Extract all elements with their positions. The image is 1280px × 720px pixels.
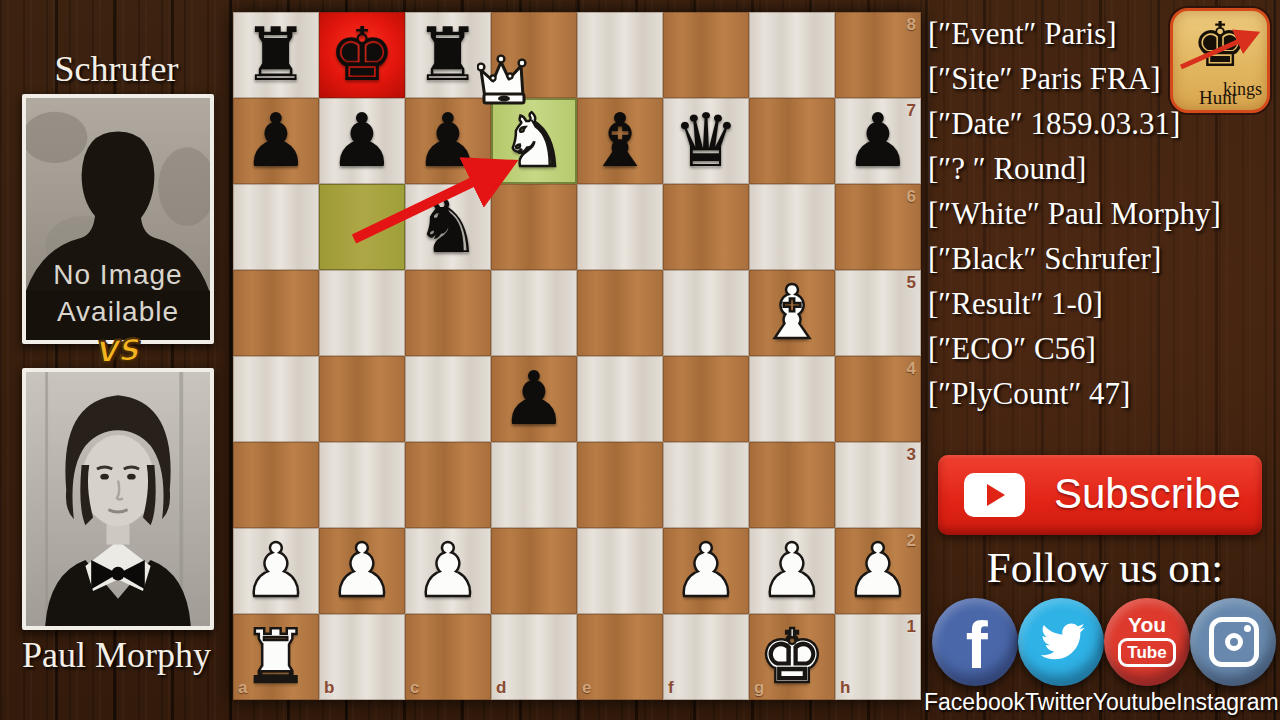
square-f1[interactable]: f (663, 614, 749, 700)
black-king-b8: ♚ (319, 12, 405, 98)
rank-label-4: 4 (907, 359, 916, 379)
black-knight-c6: ♞ (405, 184, 491, 270)
square-e7[interactable]: ♝ (577, 98, 663, 184)
square-d5[interactable] (491, 270, 577, 356)
white-pawn-c2: ♟ (405, 528, 491, 614)
square-g6[interactable] (749, 184, 835, 270)
file-label-g: g (754, 678, 764, 698)
instagram-camera (1209, 617, 1259, 667)
social-label-youtube: Youtube (1093, 689, 1177, 716)
square-a3[interactable] (233, 442, 319, 528)
black-pawn-d4: ♟ (491, 356, 577, 442)
social-label-instagram: Instagram (1176, 689, 1278, 716)
square-f2[interactable]: ♟ (663, 528, 749, 614)
square-c8[interactable]: ♜ (405, 12, 491, 98)
square-b4[interactable] (319, 356, 405, 442)
square-e2[interactable] (577, 528, 663, 614)
pgn-tag-1: [″Site″ Paris FRA] (928, 56, 1280, 101)
rank-label-3: 3 (907, 445, 916, 465)
square-g8[interactable] (749, 12, 835, 98)
square-h1[interactable]: 1h (835, 614, 921, 700)
pgn-tag-3: [″? ″ Round] (928, 146, 1280, 191)
square-b8[interactable]: ♚ (319, 12, 405, 98)
white-bishop-g5: ♝ (749, 270, 835, 356)
square-d2[interactable] (491, 528, 577, 614)
pgn-tag-6: [″Result″ 1-0] (928, 281, 1280, 326)
square-h3[interactable]: 3 (835, 442, 921, 528)
black-rook-a8: ♜ (233, 12, 319, 98)
pgn-tag-7: [″ECO″ C56] (928, 326, 1280, 371)
black-rook-c8: ♜ (405, 12, 491, 98)
square-b3[interactable] (319, 442, 405, 528)
square-a1[interactable]: ♜a (233, 614, 319, 700)
file-label-h: h (840, 678, 850, 698)
square-c4[interactable] (405, 356, 491, 442)
subscribe-label: Subscribe (1054, 470, 1241, 518)
white-pawn-g2: ♟ (749, 528, 835, 614)
white-pawn-f2: ♟ (663, 528, 749, 614)
square-d7[interactable]: ♞ (491, 98, 577, 184)
white-player-photo (22, 368, 214, 630)
square-e5[interactable] (577, 270, 663, 356)
square-e6[interactable] (577, 184, 663, 270)
pgn-tag-4: [″White″ Paul Morphy] (928, 191, 1280, 236)
black-player-photo: No Image Available (22, 94, 214, 344)
square-c7[interactable]: ♟ (405, 98, 491, 184)
youtube-tube-badge: Tube (1118, 638, 1176, 667)
square-g5[interactable]: ♝ (749, 270, 835, 356)
pgn-tag-2: [″Date″ 1859.03.31] (928, 101, 1280, 146)
file-label-a: a (238, 678, 247, 698)
square-b7[interactable]: ♟ (319, 98, 405, 184)
square-c5[interactable] (405, 270, 491, 356)
youtube-you-text: You (1104, 613, 1190, 637)
square-f3[interactable] (663, 442, 749, 528)
twitter-icon[interactable] (1018, 598, 1104, 686)
square-e4[interactable] (577, 356, 663, 442)
square-g1[interactable]: ♚g (749, 614, 835, 700)
pgn-tags: [″Event″ Paris][″Site″ Paris FRA][″Date″… (928, 11, 1280, 416)
square-d8[interactable] (491, 12, 577, 98)
follow-heading: Follow us on: (940, 543, 1270, 592)
square-g3[interactable] (749, 442, 835, 528)
square-b5[interactable] (319, 270, 405, 356)
pgn-tag-8: [″PlyCount″ 47] (928, 371, 1280, 416)
white-player-name: Paul Morphy (0, 634, 233, 676)
square-a8[interactable]: ♜ (233, 12, 319, 98)
square-e3[interactable] (577, 442, 663, 528)
rank-label-8: 8 (907, 15, 916, 35)
square-a7[interactable]: ♟ (233, 98, 319, 184)
square-f7[interactable]: ♛ (663, 98, 749, 184)
file-label-e: e (582, 678, 591, 698)
rank-label-6: 6 (907, 187, 916, 207)
square-a5[interactable] (233, 270, 319, 356)
black-pawn-a7: ♟ (233, 98, 319, 184)
square-b1[interactable]: b (319, 614, 405, 700)
square-c2[interactable]: ♟ (405, 528, 491, 614)
square-f5[interactable] (663, 270, 749, 356)
social-labels-row: FacebookTwitterYoutubeInstagram (924, 689, 1276, 716)
chess-board: ♜♚♜8♟♟♟♞♝♛♟7♞6♝5♟43♟♟♟♟♟♟2♜abcdef♚g1h (233, 12, 921, 700)
square-c6[interactable]: ♞ (405, 184, 491, 270)
square-a2[interactable]: ♟ (233, 528, 319, 614)
square-a4[interactable] (233, 356, 319, 442)
instagram-icon[interactable] (1190, 598, 1276, 686)
youtube-play-icon (964, 473, 1025, 517)
square-d1[interactable]: d (491, 614, 577, 700)
square-d4[interactable]: ♟ (491, 356, 577, 442)
square-g2[interactable]: ♟ (749, 528, 835, 614)
square-g7[interactable] (749, 98, 835, 184)
file-label-d: d (496, 678, 506, 698)
black-pawn-b7: ♟ (319, 98, 405, 184)
social-label-twitter: Twitter (1025, 689, 1093, 716)
square-h2[interactable]: ♟2 (835, 528, 921, 614)
square-c1[interactable]: c (405, 614, 491, 700)
twitter-bird (1035, 618, 1089, 666)
square-h6[interactable]: 6 (835, 184, 921, 270)
square-h5[interactable]: 5 (835, 270, 921, 356)
file-label-f: f (668, 678, 674, 698)
square-f6[interactable] (663, 184, 749, 270)
file-label-b: b (324, 678, 334, 698)
social-label-facebook: Facebook (924, 689, 1025, 716)
file-label-c: c (410, 678, 419, 698)
black-bishop-e7: ♝ (577, 98, 663, 184)
black-player-name: Schrufer (0, 48, 233, 90)
square-h4[interactable]: 4 (835, 356, 921, 442)
square-d3[interactable] (491, 442, 577, 528)
social-icons-row: fYouTube (932, 598, 1276, 686)
rank-label-2: 2 (907, 531, 916, 551)
thumbnail-root: Schrufer No Image Available VS (0, 0, 1280, 720)
square-f4[interactable] (663, 356, 749, 442)
rank-label-7: 7 (907, 101, 916, 121)
youtube-icon[interactable]: YouTube (1104, 598, 1190, 686)
subscribe-button[interactable]: Subscribe (938, 455, 1262, 535)
square-a6[interactable] (233, 184, 319, 270)
rank-label-1: 1 (907, 617, 916, 637)
white-knight-d7: ♞ (491, 98, 577, 184)
square-h8[interactable]: 8 (835, 12, 921, 98)
square-h7[interactable]: ♟7 (835, 98, 921, 184)
square-d6[interactable] (491, 184, 577, 270)
square-b6[interactable] (319, 184, 405, 270)
rank-label-5: 5 (907, 273, 916, 293)
square-c3[interactable] (405, 442, 491, 528)
white-pawn-b2: ♟ (319, 528, 405, 614)
pgn-tag-0: [″Event″ Paris] (928, 11, 1280, 56)
square-f8[interactable] (663, 12, 749, 98)
pgn-tag-5: [″Black″ Schrufer] (928, 236, 1280, 281)
facebook-letter: f (966, 607, 988, 683)
paul-morphy-portrait (26, 372, 210, 626)
black-pawn-c7: ♟ (405, 98, 491, 184)
white-pawn-a2: ♟ (233, 528, 319, 614)
square-b2[interactable]: ♟ (319, 528, 405, 614)
square-e8[interactable] (577, 12, 663, 98)
square-e1[interactable]: e (577, 614, 663, 700)
facebook-icon[interactable]: f (932, 598, 1018, 686)
no-image-text: No Image Available (26, 256, 210, 330)
black-queen-f7: ♛ (663, 98, 749, 184)
square-g4[interactable] (749, 356, 835, 442)
board-grid[interactable]: ♜♚♜8♟♟♟♞♝♛♟7♞6♝5♟43♟♟♟♟♟♟2♜abcdef♚g1h (233, 12, 921, 700)
